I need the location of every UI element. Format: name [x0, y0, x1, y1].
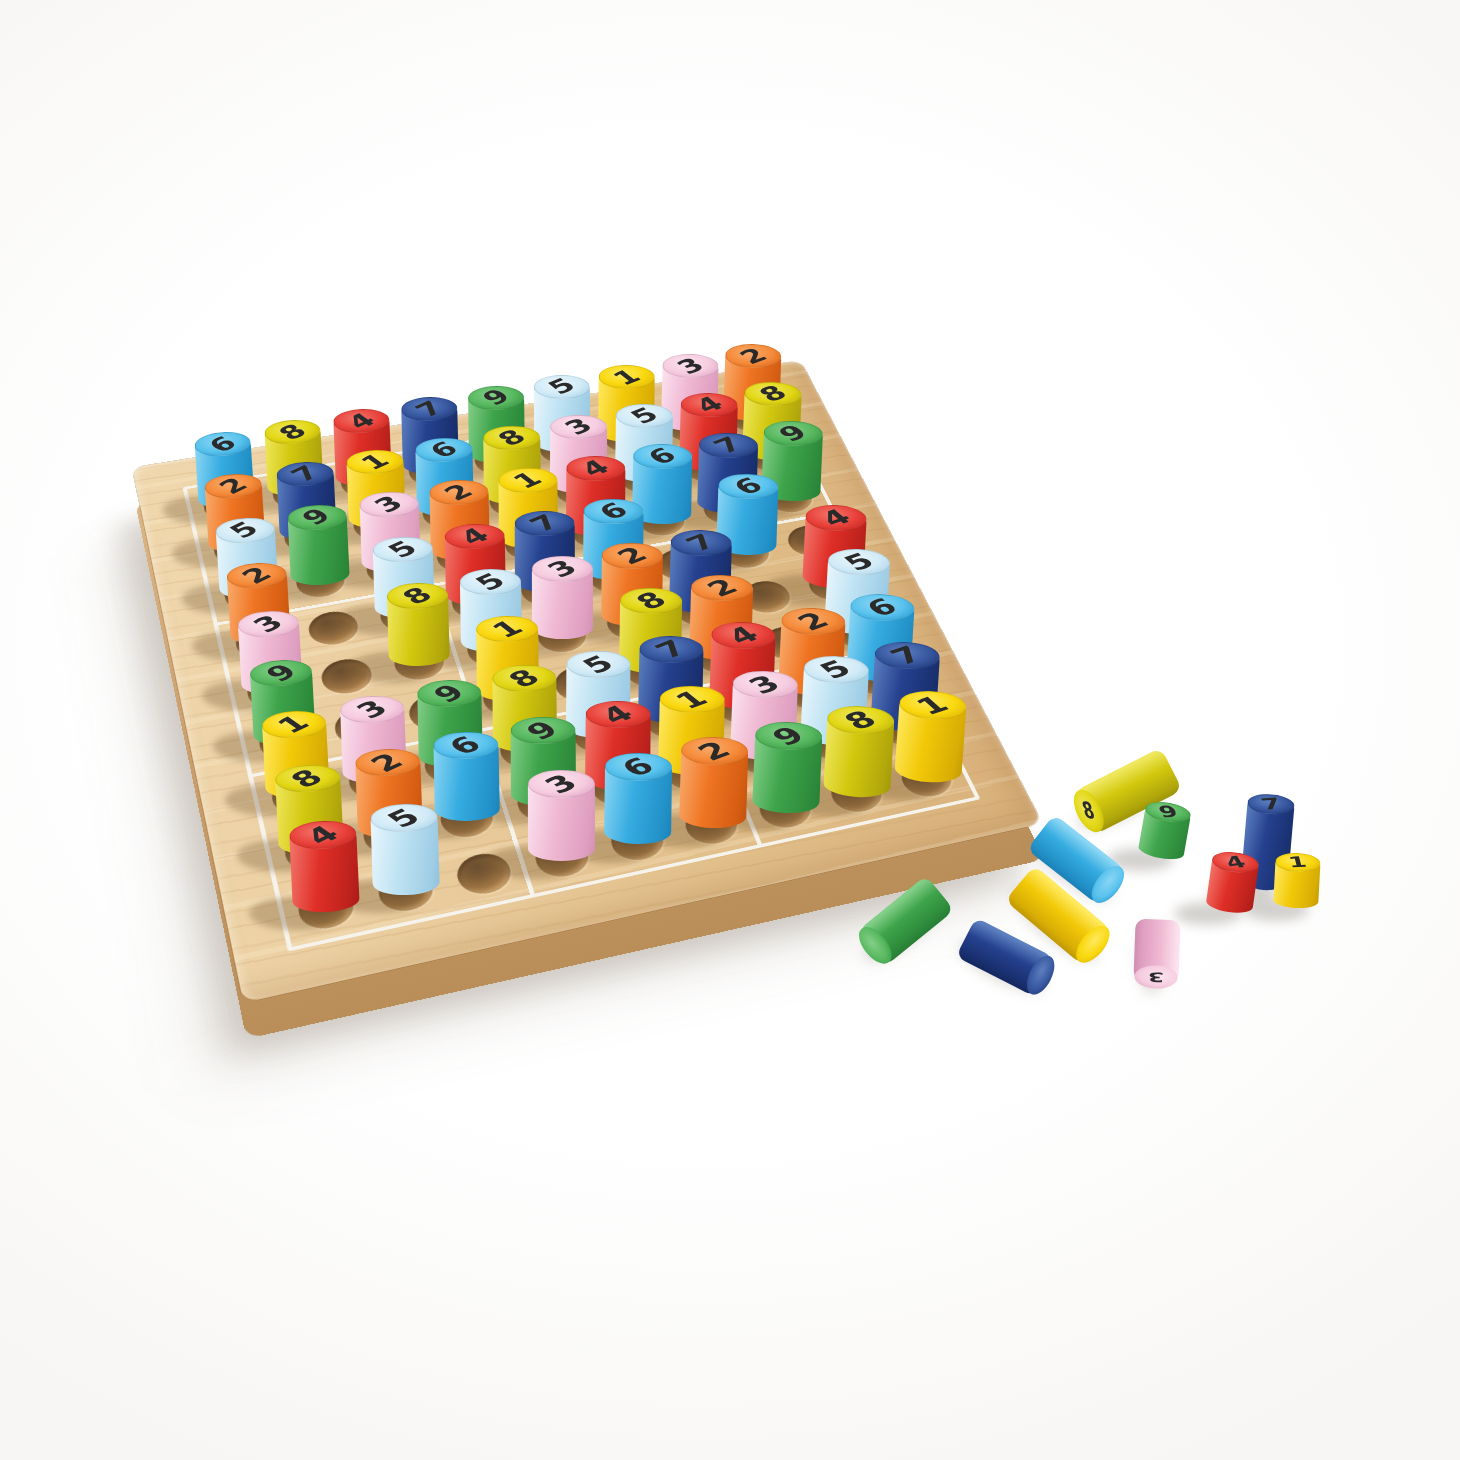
peg-end-face	[1021, 951, 1060, 999]
peg-digit: 8	[286, 766, 330, 792]
peg-digit: 5	[625, 405, 663, 428]
peg-digit: 9	[774, 422, 813, 445]
peg-digit: 2	[701, 576, 742, 601]
peg-digit: 6	[729, 475, 769, 499]
peg-cylinder: 5	[370, 802, 440, 895]
peg-digit: 6	[616, 754, 661, 780]
peg-cylinder: 9	[1137, 799, 1192, 862]
peg-digit: 9	[478, 387, 516, 409]
peg-top-face: 2	[602, 542, 663, 568]
peg-cylinder: 8	[387, 582, 450, 667]
pegs-layer: 6847951322716835485932146792547663853274…	[0, 0, 1460, 1460]
scene: 6847951322716835485932146792547663853274…	[0, 0, 1460, 1460]
peg-digit: 3	[248, 612, 289, 636]
peg-digit: 2	[214, 475, 253, 498]
peg-digit: 5	[838, 549, 879, 574]
peg-digit: 8	[1080, 799, 1097, 823]
peg-digit: 4	[816, 505, 856, 529]
peg-digit: 3	[542, 557, 583, 581]
peg-digit: 1	[608, 365, 646, 387]
peg-digit: 2	[612, 543, 653, 567]
peg-digit: 6	[643, 445, 682, 468]
peg-digit: 6	[204, 432, 242, 454]
peg-top-face: 3	[531, 556, 592, 582]
peg-top-face: 7	[699, 432, 758, 458]
peg-top-face: 9	[510, 716, 575, 744]
peg-digit: 2	[735, 345, 772, 367]
peg-cylinder: 4	[288, 819, 359, 913]
peg-digit: 6	[425, 439, 463, 462]
peg-digit: 9	[428, 681, 471, 706]
peg-digit: 1	[1287, 854, 1309, 869]
peg-end-face	[853, 921, 898, 969]
peg-digit: 8	[397, 584, 438, 608]
peg-digit: 5	[815, 657, 858, 683]
peg-digit: 8	[274, 421, 312, 443]
peg-top-face: 3	[528, 770, 595, 798]
peg-digit: 1	[356, 450, 395, 473]
peg-top-face: 1	[499, 468, 558, 493]
peg-digit: 4	[576, 457, 615, 480]
peg-digit: 1	[671, 687, 714, 713]
peg-cylinder: 3	[531, 556, 592, 639]
peg-cylinder: 2	[679, 736, 748, 829]
peg-digit: 7	[709, 433, 748, 456]
peg-digit: 4	[300, 822, 345, 848]
peg-cylinder: 8	[823, 704, 895, 798]
peg-digit: 5	[383, 537, 423, 561]
peg-top-face: 5	[567, 650, 631, 677]
peg-end-face: 3	[1134, 964, 1178, 988]
peg-digit: 8	[839, 707, 883, 733]
peg-digit: 9	[521, 717, 565, 743]
peg-digit: 5	[577, 651, 620, 676]
peg-digit: 4	[454, 525, 494, 549]
peg-digit: 3	[672, 355, 709, 377]
peg-cylinder-side: 3	[1133, 918, 1180, 982]
peg-digit: 7	[681, 530, 722, 554]
peg-top-face: 7	[671, 529, 733, 556]
peg-digit: 2	[792, 609, 834, 634]
peg-digit: 3	[351, 697, 394, 722]
peg-top-face: 1	[599, 364, 656, 388]
peg-digit: 2	[692, 738, 736, 764]
peg-digit: 8	[631, 589, 673, 614]
peg-cylinder-side	[858, 875, 955, 965]
peg-top-face: 6	[584, 498, 644, 524]
peg-digit: 4	[690, 394, 728, 417]
peg-digit: 3	[539, 771, 584, 797]
peg-digit: 6	[444, 733, 488, 759]
peg-top-face: 6	[633, 444, 692, 470]
peg-digit: 8	[754, 383, 792, 406]
peg-cylinder: 4	[1205, 849, 1260, 915]
peg-digit: 2	[236, 564, 276, 588]
peg-digit: 7	[650, 637, 692, 662]
peg-digit: 4	[343, 409, 381, 431]
peg-digit: 1	[508, 469, 547, 492]
peg-digit: 7	[411, 398, 449, 420]
peg-digit: 6	[861, 595, 903, 620]
peg-digit: 4	[722, 623, 764, 648]
peg-digit: 7	[525, 512, 565, 536]
peg-digit: 9	[1156, 805, 1180, 821]
peg-digit: 2	[439, 481, 478, 504]
peg-digit: 1	[486, 617, 528, 642]
peg-digit: 5	[543, 376, 581, 398]
peg-digit: 1	[911, 692, 955, 718]
peg-top-face: 5	[616, 403, 674, 428]
peg-digit: 3	[369, 493, 408, 516]
peg-digit: 9	[260, 661, 302, 686]
peg-digit: 1	[273, 712, 316, 737]
peg-digit: 3	[1148, 970, 1165, 983]
peg-digit: 7	[1258, 796, 1282, 812]
peg-cylinder: 6	[433, 732, 500, 822]
peg-cylinder: 6	[604, 753, 672, 845]
peg-digit: 8	[493, 427, 531, 450]
peg-digit: 5	[381, 804, 426, 830]
peg-digit: 5	[470, 570, 511, 594]
peg-cylinder: 1	[894, 689, 967, 784]
peg-digit: 6	[594, 499, 634, 523]
peg-end-face	[1070, 920, 1116, 969]
peg-top-face: 4	[567, 456, 626, 481]
peg-cylinder: 9	[752, 720, 823, 814]
peg-cylinder: 3	[528, 770, 595, 861]
peg-cylinder: 1	[1273, 851, 1321, 909]
peg-digit: 3	[560, 416, 598, 439]
peg-digit: 4	[596, 702, 640, 728]
peg-digit: 3	[744, 672, 787, 698]
peg-cylinder: 9	[288, 504, 350, 586]
peg-digit: 4	[1221, 854, 1248, 871]
peg-digit: 7	[286, 462, 325, 485]
peg-digit: 8	[503, 666, 546, 691]
peg-digit: 7	[886, 643, 929, 669]
peg-digit: 9	[766, 722, 810, 748]
peg-digit: 9	[298, 506, 337, 529]
peg-digit: 2	[366, 749, 410, 775]
peg-digit: 5	[225, 519, 264, 542]
